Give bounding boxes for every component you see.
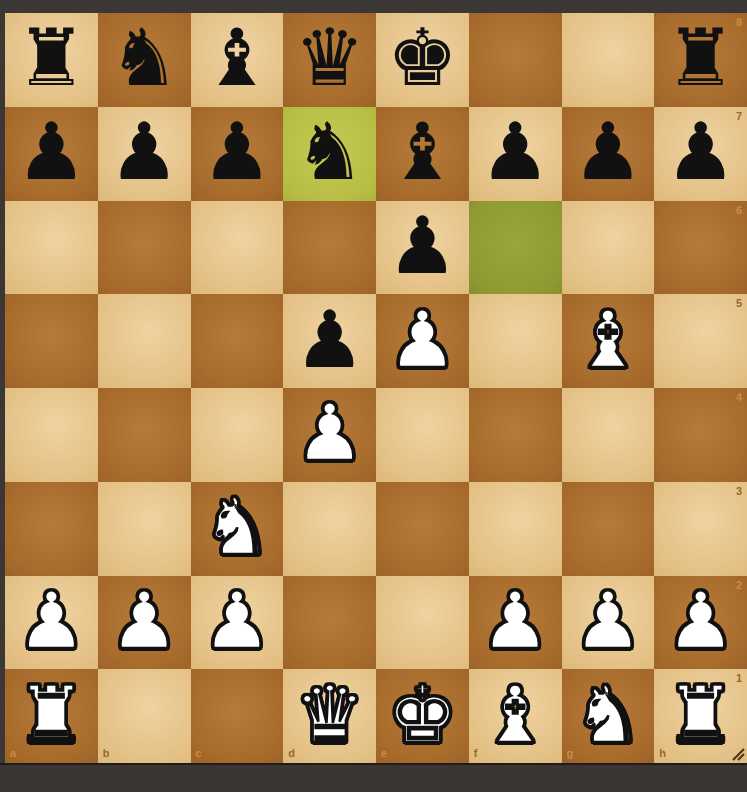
white-bishop[interactable]: ♝ bbox=[480, 676, 551, 755]
black-pawn[interactable]: ♟ bbox=[16, 113, 87, 192]
black-pawn[interactable]: ♟ bbox=[201, 113, 272, 192]
square-f6[interactable] bbox=[469, 201, 562, 295]
white-pawn[interactable]: ♟ bbox=[294, 394, 365, 473]
square-f7[interactable]: ♟ bbox=[469, 107, 562, 201]
white-pawn[interactable]: ♟ bbox=[665, 582, 736, 661]
square-a5[interactable] bbox=[5, 294, 98, 388]
square-b6[interactable] bbox=[98, 201, 191, 295]
square-h8[interactable]: ♜8 bbox=[654, 13, 747, 107]
file-label-c: c bbox=[196, 748, 202, 759]
square-d5[interactable]: ♟ bbox=[283, 294, 376, 388]
black-pawn[interactable]: ♟ bbox=[665, 113, 736, 192]
square-f4[interactable] bbox=[469, 388, 562, 482]
black-bishop[interactable]: ♝ bbox=[387, 113, 458, 192]
square-d3[interactable] bbox=[283, 482, 376, 576]
square-a1[interactable]: ♜a bbox=[5, 669, 98, 763]
square-f8[interactable] bbox=[469, 13, 562, 107]
square-h3[interactable]: 3 bbox=[654, 482, 747, 576]
black-rook[interactable]: ♜ bbox=[16, 19, 87, 98]
white-pawn[interactable]: ♟ bbox=[201, 582, 272, 661]
file-label-b: b bbox=[103, 748, 110, 759]
square-d7[interactable]: ♞ bbox=[283, 107, 376, 201]
square-b7[interactable]: ♟ bbox=[98, 107, 191, 201]
square-h4[interactable]: 4 bbox=[654, 388, 747, 482]
square-c5[interactable] bbox=[191, 294, 284, 388]
white-rook[interactable]: ♜ bbox=[665, 676, 736, 755]
square-a6[interactable] bbox=[5, 201, 98, 295]
square-e7[interactable]: ♝ bbox=[376, 107, 469, 201]
square-g2[interactable]: ♟ bbox=[562, 576, 655, 670]
rank-label-4: 4 bbox=[736, 392, 742, 403]
square-g3[interactable] bbox=[562, 482, 655, 576]
white-pawn[interactable]: ♟ bbox=[109, 582, 180, 661]
square-h2[interactable]: ♟2 bbox=[654, 576, 747, 670]
square-c7[interactable]: ♟ bbox=[191, 107, 284, 201]
white-knight[interactable]: ♞ bbox=[572, 676, 643, 755]
square-c6[interactable] bbox=[191, 201, 284, 295]
square-d6[interactable] bbox=[283, 201, 376, 295]
square-a2[interactable]: ♟ bbox=[5, 576, 98, 670]
square-a7[interactable]: ♟ bbox=[5, 107, 98, 201]
white-pawn[interactable]: ♟ bbox=[572, 582, 643, 661]
square-h1[interactable]: ♜h1 bbox=[654, 669, 747, 763]
square-b2[interactable]: ♟ bbox=[98, 576, 191, 670]
chess-board: ♜♞♝♛♚♜8♟♟♟♞♝♟♟♟7♟6♟♟♝5♟4♞3♟♟♟♟♟♟2♜abc♛d♚… bbox=[5, 13, 747, 763]
square-f3[interactable] bbox=[469, 482, 562, 576]
square-b8[interactable]: ♞ bbox=[98, 13, 191, 107]
rank-label-7: 7 bbox=[736, 111, 742, 122]
resize-handle-icon[interactable] bbox=[729, 745, 745, 761]
square-h6[interactable]: 6 bbox=[654, 201, 747, 295]
rank-label-3: 3 bbox=[736, 486, 742, 497]
square-c3[interactable]: ♞ bbox=[191, 482, 284, 576]
white-rook[interactable]: ♜ bbox=[16, 676, 87, 755]
square-c2[interactable]: ♟ bbox=[191, 576, 284, 670]
square-e6[interactable]: ♟ bbox=[376, 201, 469, 295]
white-knight[interactable]: ♞ bbox=[201, 488, 272, 567]
square-f2[interactable]: ♟ bbox=[469, 576, 562, 670]
square-g5[interactable]: ♝ bbox=[562, 294, 655, 388]
white-bishop[interactable]: ♝ bbox=[572, 301, 643, 380]
bottom-bar bbox=[0, 763, 747, 792]
file-label-f: f bbox=[474, 748, 478, 759]
black-bishop[interactable]: ♝ bbox=[201, 19, 272, 98]
black-pawn[interactable]: ♟ bbox=[109, 113, 180, 192]
black-rook[interactable]: ♜ bbox=[665, 19, 736, 98]
rank-label-5: 5 bbox=[736, 298, 742, 309]
square-d8[interactable]: ♛ bbox=[283, 13, 376, 107]
square-e1[interactable]: ♚e bbox=[376, 669, 469, 763]
square-b1[interactable]: b bbox=[98, 669, 191, 763]
rank-label-2: 2 bbox=[736, 580, 742, 591]
square-b5[interactable] bbox=[98, 294, 191, 388]
white-pawn[interactable]: ♟ bbox=[387, 301, 458, 380]
square-h7[interactable]: ♟7 bbox=[654, 107, 747, 201]
black-pawn[interactable]: ♟ bbox=[294, 301, 365, 380]
black-knight[interactable]: ♞ bbox=[294, 113, 365, 192]
rank-label-8: 8 bbox=[736, 17, 742, 28]
black-pawn[interactable]: ♟ bbox=[387, 207, 458, 286]
white-queen[interactable]: ♛ bbox=[294, 676, 365, 755]
square-a3[interactable] bbox=[5, 482, 98, 576]
square-a8[interactable]: ♜ bbox=[5, 13, 98, 107]
square-h5[interactable]: 5 bbox=[654, 294, 747, 388]
square-b4[interactable] bbox=[98, 388, 191, 482]
square-g8[interactable] bbox=[562, 13, 655, 107]
square-e2[interactable] bbox=[376, 576, 469, 670]
square-g7[interactable]: ♟ bbox=[562, 107, 655, 201]
square-e5[interactable]: ♟ bbox=[376, 294, 469, 388]
rank-label-1: 1 bbox=[736, 673, 742, 684]
white-king[interactable]: ♚ bbox=[387, 676, 458, 755]
page-background: ♜♞♝♛♚♜8♟♟♟♞♝♟♟♟7♟6♟♟♝5♟4♞3♟♟♟♟♟♟2♜abc♛d♚… bbox=[0, 0, 747, 792]
square-f1[interactable]: ♝f bbox=[469, 669, 562, 763]
square-a4[interactable] bbox=[5, 388, 98, 482]
black-pawn[interactable]: ♟ bbox=[480, 113, 551, 192]
square-b3[interactable] bbox=[98, 482, 191, 576]
square-e3[interactable] bbox=[376, 482, 469, 576]
square-d4[interactable]: ♟ bbox=[283, 388, 376, 482]
rank-label-6: 6 bbox=[736, 205, 742, 216]
square-e4[interactable] bbox=[376, 388, 469, 482]
square-e8[interactable]: ♚ bbox=[376, 13, 469, 107]
square-g1[interactable]: ♞g bbox=[562, 669, 655, 763]
square-f5[interactable] bbox=[469, 294, 562, 388]
square-g4[interactable] bbox=[562, 388, 655, 482]
black-pawn[interactable]: ♟ bbox=[572, 113, 643, 192]
white-pawn[interactable]: ♟ bbox=[16, 582, 87, 661]
square-d2[interactable] bbox=[283, 576, 376, 670]
white-pawn[interactable]: ♟ bbox=[480, 582, 551, 661]
black-king[interactable]: ♚ bbox=[387, 19, 458, 98]
square-c1[interactable]: c bbox=[191, 669, 284, 763]
square-c8[interactable]: ♝ bbox=[191, 13, 284, 107]
square-d1[interactable]: ♛d bbox=[283, 669, 376, 763]
square-g6[interactable] bbox=[562, 201, 655, 295]
black-queen[interactable]: ♛ bbox=[294, 19, 365, 98]
square-c4[interactable] bbox=[191, 388, 284, 482]
black-knight[interactable]: ♞ bbox=[109, 19, 180, 98]
